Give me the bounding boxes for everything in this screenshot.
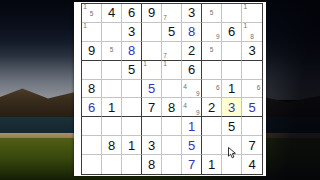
digit-given: 3 xyxy=(248,44,255,57)
digit-given: 5 xyxy=(128,63,135,76)
cell-r4c2[interactable] xyxy=(102,61,122,80)
digit-given: 1 xyxy=(128,139,135,152)
pencilmarks: 7 xyxy=(162,4,181,22)
pencilmarks: 1 xyxy=(142,61,161,79)
cell-r9c3[interactable] xyxy=(122,155,142,174)
cell-r3c5[interactable]: 7 xyxy=(162,42,182,61)
cell-r5c2[interactable] xyxy=(102,80,122,99)
digit-given: 7 xyxy=(248,139,255,152)
digit-given: 9 xyxy=(88,44,95,57)
digit-user: 5 xyxy=(188,139,195,152)
cell-r7c6[interactable]: 1 xyxy=(182,117,202,136)
cell-r5c7[interactable]: 6 xyxy=(202,80,222,99)
cell-r8c1[interactable] xyxy=(82,136,102,155)
digit-user: 6 xyxy=(88,101,95,114)
digit-user: 8 xyxy=(188,25,195,38)
cell-r6c8[interactable]: 3 xyxy=(222,98,242,117)
cell-r2c9[interactable]: 18 xyxy=(242,23,262,42)
cell-r3c6[interactable]: 2 xyxy=(182,42,202,61)
cell-r9c7[interactable]: 1 xyxy=(202,155,222,174)
digit-given: 8 xyxy=(108,139,115,152)
pencilmarks: 5 xyxy=(102,42,121,60)
digit-user: 5 xyxy=(248,101,255,114)
cell-r9c5[interactable] xyxy=(162,155,182,174)
digit-given: 3 xyxy=(188,6,195,19)
digit-given: 2 xyxy=(188,44,195,57)
cell-r6c1[interactable]: 6 xyxy=(82,98,102,117)
cell-r6c4[interactable]: 7 xyxy=(142,98,162,117)
sudoku-window: 1546973511358961895872535116854961661784… xyxy=(74,2,266,176)
cell-r7c7[interactable] xyxy=(202,117,222,136)
pencilmarks: 7 xyxy=(162,42,181,60)
cell-r1c4[interactable]: 9 xyxy=(142,4,162,23)
cell-r6c5[interactable]: 8 xyxy=(162,98,182,117)
cell-r6c9[interactable]: 5 xyxy=(242,98,262,117)
cell-r1c8[interactable] xyxy=(222,4,242,23)
pencilmarks: 49 xyxy=(182,80,201,98)
digit-given: 3 xyxy=(128,25,135,38)
cell-r7c2[interactable] xyxy=(102,117,122,136)
cell-r5c3[interactable] xyxy=(122,80,142,99)
cell-r9c9[interactable]: 4 xyxy=(242,155,262,174)
digit-given: 2 xyxy=(208,101,215,114)
digit-given: 6 xyxy=(188,63,195,76)
digit-user: 1 xyxy=(188,120,195,133)
pencilmarks: 15 xyxy=(82,4,101,22)
cell-r4c7[interactable] xyxy=(202,61,222,80)
cell-r3c7[interactable]: 5 xyxy=(202,42,222,61)
pencilmarks: 49 xyxy=(182,98,201,116)
digit-given: 4 xyxy=(248,158,255,171)
cell-r5c6[interactable]: 49 xyxy=(182,80,202,99)
cell-r2c1[interactable]: 1 xyxy=(82,23,102,42)
cell-r8c3[interactable]: 1 xyxy=(122,136,142,155)
cell-r4c4[interactable]: 1 xyxy=(142,61,162,80)
cell-r6c2[interactable]: 1 xyxy=(102,98,122,117)
pencilmarks: 9 xyxy=(202,23,221,41)
cell-r2c3[interactable]: 3 xyxy=(122,23,142,42)
digit-given: 8 xyxy=(168,101,175,114)
pencilmark-9: 9 xyxy=(215,34,221,41)
cell-r1c1[interactable]: 15 xyxy=(82,4,102,23)
digit-given: 8 xyxy=(148,158,155,171)
pencilmarks: 18 xyxy=(242,23,262,41)
digit-user: 8 xyxy=(128,44,135,57)
cell-r7c8[interactable]: 5 xyxy=(222,117,242,136)
digit-given: 4 xyxy=(108,6,115,19)
cell-r1c5[interactable]: 7 xyxy=(162,4,182,23)
cell-r7c9[interactable] xyxy=(242,117,262,136)
cell-r2c7[interactable]: 9 xyxy=(202,23,222,42)
digit-given: 1 xyxy=(208,158,215,171)
cell-r4c5[interactable]: 1 xyxy=(162,61,182,80)
pencilmarks: 5 xyxy=(202,42,221,60)
cell-r5c8[interactable]: 1 xyxy=(222,80,242,99)
cell-r4c9[interactable] xyxy=(242,61,262,80)
cell-r2c6[interactable]: 8 xyxy=(182,23,202,42)
cell-r1c2[interactable]: 4 xyxy=(102,4,122,23)
cell-r8c5[interactable] xyxy=(162,136,182,155)
digit-user: 7 xyxy=(188,158,195,171)
cell-r7c5[interactable] xyxy=(162,117,182,136)
cell-r2c5[interactable]: 5 xyxy=(162,23,182,42)
digit-given: 3 xyxy=(148,139,155,152)
pencilmarks: 1 xyxy=(242,4,262,22)
cell-r9c6[interactable]: 7 xyxy=(182,155,202,174)
cell-r8c6[interactable]: 5 xyxy=(182,136,202,155)
digit-given: 9 xyxy=(148,6,155,19)
cell-r1c6[interactable]: 3 xyxy=(182,4,202,23)
cell-r5c9[interactable]: 6 xyxy=(242,80,262,99)
digit-given: 7 xyxy=(148,101,155,114)
cell-r3c1[interactable]: 9 xyxy=(82,42,102,61)
cell-r2c2[interactable] xyxy=(102,23,122,42)
cell-r1c9[interactable]: 1 xyxy=(242,4,262,23)
pencilmark-9: 9 xyxy=(195,110,201,117)
cell-r3c4[interactable] xyxy=(142,42,162,61)
cell-r8c7[interactable] xyxy=(202,136,222,155)
pencilmark-8: 8 xyxy=(249,34,256,41)
cell-r9c4[interactable]: 8 xyxy=(142,155,162,174)
cell-r2c4[interactable] xyxy=(142,23,162,42)
cell-r6c3[interactable] xyxy=(122,98,142,117)
cell-r4c6[interactable]: 6 xyxy=(182,61,202,80)
pencilmarks: 1 xyxy=(162,61,181,79)
digit-given: 6 xyxy=(228,25,235,38)
cell-r6c6[interactable]: 49 xyxy=(182,98,202,117)
cell-r4c1[interactable] xyxy=(82,61,102,80)
digit-given: 6 xyxy=(128,6,135,19)
cell-r7c1[interactable] xyxy=(82,117,102,136)
cell-r8c9[interactable]: 7 xyxy=(242,136,262,155)
digit-user: 5 xyxy=(148,82,155,95)
cell-r9c1[interactable] xyxy=(82,155,102,174)
cell-r1c3[interactable]: 6 xyxy=(122,4,142,23)
cell-r3c3[interactable]: 8 xyxy=(122,42,142,61)
cell-r1c7[interactable]: 5 xyxy=(202,4,222,23)
digit-given: 1 xyxy=(228,82,235,95)
cell-r5c4[interactable]: 5 xyxy=(142,80,162,99)
cell-r2c8[interactable]: 6 xyxy=(222,23,242,42)
digit-given: 8 xyxy=(88,82,95,95)
digit-given: 1 xyxy=(108,101,115,114)
cell-r6c7[interactable]: 2 xyxy=(202,98,222,117)
cell-r7c4[interactable] xyxy=(142,117,162,136)
pencilmarks: 6 xyxy=(202,80,221,98)
cell-r7c3[interactable] xyxy=(122,117,142,136)
cell-r5c5[interactable] xyxy=(162,80,182,99)
cell-r3c8[interactable] xyxy=(222,42,242,61)
cell-r4c8[interactable] xyxy=(222,61,242,80)
digit-given: 5 xyxy=(228,120,235,133)
cell-r3c2[interactable]: 5 xyxy=(102,42,122,61)
pencilmarks: 6 xyxy=(242,80,262,98)
pencilmark-9: 9 xyxy=(195,91,201,98)
digit-given: 5 xyxy=(168,25,175,38)
cell-r3c9[interactable]: 3 xyxy=(242,42,262,61)
cell-r9c2[interactable] xyxy=(102,155,122,174)
digit-user: 3 xyxy=(228,101,235,114)
pencilmarks: 5 xyxy=(202,4,221,22)
pencilmarks: 1 xyxy=(82,23,101,41)
cell-r5c1[interactable]: 8 xyxy=(82,80,102,99)
cell-r4c3[interactable]: 5 xyxy=(122,61,142,80)
cell-r8c4[interactable]: 3 xyxy=(142,136,162,155)
mouse-cursor xyxy=(228,147,237,159)
cell-r8c2[interactable]: 8 xyxy=(102,136,122,155)
